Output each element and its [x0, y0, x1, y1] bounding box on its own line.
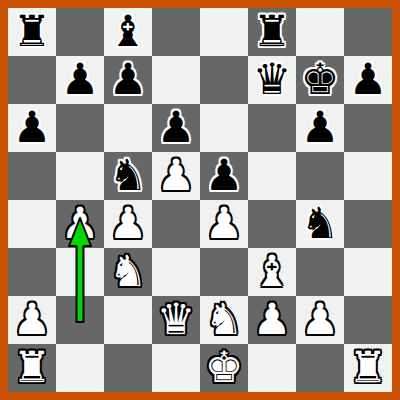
piece-white-r-a1[interactable]: ♜ [8, 344, 56, 392]
piece-white-b-f3[interactable]: ♝ [248, 248, 296, 296]
piece-black-p-e5[interactable]: ♟ [200, 152, 248, 200]
piece-black-p-g6[interactable]: ♟ [296, 104, 344, 152]
square-d6[interactable]: ♟ [152, 104, 200, 152]
square-f2[interactable]: ♟ [248, 296, 296, 344]
square-h7[interactable]: ♟ [344, 56, 392, 104]
square-d8[interactable] [152, 8, 200, 56]
square-c3[interactable]: ♞ [104, 248, 152, 296]
board-frame: ♜♝♜♟♟♛♚♟♟♟♟♞♟♟♟♟♟♞♞♝♟♛♞♟♟♜♚♜ [0, 0, 400, 400]
square-d4[interactable] [152, 200, 200, 248]
square-e5[interactable]: ♟ [200, 152, 248, 200]
piece-black-r-a8[interactable]: ♜ [8, 8, 56, 56]
square-e7[interactable] [200, 56, 248, 104]
square-c1[interactable] [104, 344, 152, 392]
square-a7[interactable] [8, 56, 56, 104]
square-h4[interactable] [344, 200, 392, 248]
square-h6[interactable] [344, 104, 392, 152]
square-b5[interactable] [56, 152, 104, 200]
piece-white-p-c4[interactable]: ♟ [104, 200, 152, 248]
square-c2[interactable] [104, 296, 152, 344]
square-e8[interactable] [200, 8, 248, 56]
square-c4[interactable]: ♟ [104, 200, 152, 248]
piece-black-n-g4[interactable]: ♞ [296, 200, 344, 248]
piece-black-b-c8[interactable]: ♝ [104, 8, 152, 56]
square-c6[interactable] [104, 104, 152, 152]
square-g4[interactable]: ♞ [296, 200, 344, 248]
piece-white-p-b4[interactable]: ♟ [56, 200, 104, 248]
piece-black-n-c5[interactable]: ♞ [104, 152, 152, 200]
square-a6[interactable]: ♟ [8, 104, 56, 152]
square-f4[interactable] [248, 200, 296, 248]
square-f6[interactable] [248, 104, 296, 152]
square-b8[interactable] [56, 8, 104, 56]
square-b7[interactable]: ♟ [56, 56, 104, 104]
square-a5[interactable] [8, 152, 56, 200]
piece-black-p-h7[interactable]: ♟ [344, 56, 392, 104]
square-e1[interactable]: ♚ [200, 344, 248, 392]
square-f5[interactable] [248, 152, 296, 200]
square-b2[interactable] [56, 296, 104, 344]
square-b3[interactable] [56, 248, 104, 296]
square-f8[interactable]: ♜ [248, 8, 296, 56]
square-b1[interactable] [56, 344, 104, 392]
piece-white-p-f2[interactable]: ♟ [248, 296, 296, 344]
piece-white-k-e1[interactable]: ♚ [200, 344, 248, 392]
square-g2[interactable]: ♟ [296, 296, 344, 344]
piece-white-r-h1[interactable]: ♜ [344, 344, 392, 392]
square-g3[interactable] [296, 248, 344, 296]
square-f7[interactable]: ♛ [248, 56, 296, 104]
square-e2[interactable]: ♞ [200, 296, 248, 344]
piece-black-p-a6[interactable]: ♟ [8, 104, 56, 152]
square-h3[interactable] [344, 248, 392, 296]
square-e3[interactable] [200, 248, 248, 296]
chess-board: ♜♝♜♟♟♛♚♟♟♟♟♞♟♟♟♟♟♞♞♝♟♛♞♟♟♜♚♜ [8, 8, 392, 392]
square-b6[interactable] [56, 104, 104, 152]
square-h5[interactable] [344, 152, 392, 200]
square-h8[interactable] [344, 8, 392, 56]
square-d2[interactable]: ♛ [152, 296, 200, 344]
piece-black-p-c7[interactable]: ♟ [104, 56, 152, 104]
piece-white-n-e2[interactable]: ♞ [200, 296, 248, 344]
square-h2[interactable] [344, 296, 392, 344]
square-c5[interactable]: ♞ [104, 152, 152, 200]
square-e4[interactable]: ♟ [200, 200, 248, 248]
square-a4[interactable] [8, 200, 56, 248]
square-a2[interactable]: ♟ [8, 296, 56, 344]
square-a8[interactable]: ♜ [8, 8, 56, 56]
square-b4[interactable]: ♟ [56, 200, 104, 248]
square-c8[interactable]: ♝ [104, 8, 152, 56]
square-d7[interactable] [152, 56, 200, 104]
square-h1[interactable]: ♜ [344, 344, 392, 392]
square-g6[interactable]: ♟ [296, 104, 344, 152]
piece-black-p-d6[interactable]: ♟ [152, 104, 200, 152]
piece-white-q-d2[interactable]: ♛ [152, 296, 200, 344]
square-f3[interactable]: ♝ [248, 248, 296, 296]
piece-black-q-f7[interactable]: ♛ [248, 56, 296, 104]
square-d5[interactable]: ♟ [152, 152, 200, 200]
square-g1[interactable] [296, 344, 344, 392]
piece-black-p-b7[interactable]: ♟ [56, 56, 104, 104]
piece-white-p-d5[interactable]: ♟ [152, 152, 200, 200]
piece-white-p-g2[interactable]: ♟ [296, 296, 344, 344]
piece-white-n-c3[interactable]: ♞ [104, 248, 152, 296]
square-d1[interactable] [152, 344, 200, 392]
square-c7[interactable]: ♟ [104, 56, 152, 104]
square-f1[interactable] [248, 344, 296, 392]
square-g8[interactable] [296, 8, 344, 56]
piece-black-r-f8[interactable]: ♜ [248, 8, 296, 56]
square-d3[interactable] [152, 248, 200, 296]
square-e6[interactable] [200, 104, 248, 152]
piece-white-p-e4[interactable]: ♟ [200, 200, 248, 248]
square-g7[interactable]: ♚ [296, 56, 344, 104]
square-g5[interactable] [296, 152, 344, 200]
square-a3[interactable] [8, 248, 56, 296]
piece-white-p-a2[interactable]: ♟ [8, 296, 56, 344]
piece-black-k-g7[interactable]: ♚ [296, 56, 344, 104]
square-a1[interactable]: ♜ [8, 344, 56, 392]
